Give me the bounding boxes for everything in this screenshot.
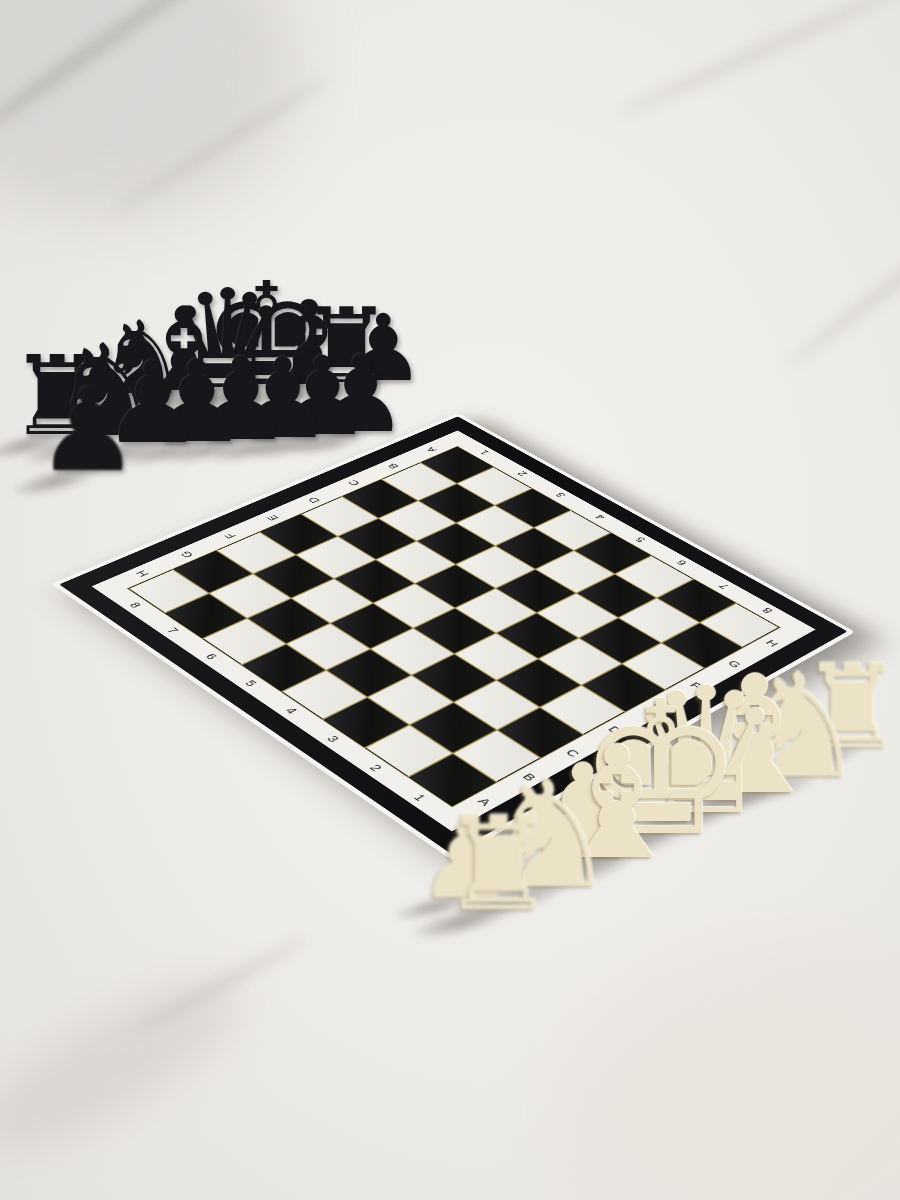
marble-shading-bottom-right [560, 950, 900, 1200]
black-pawn[interactable]: ♟ [36, 382, 134, 480]
marble-vein [612, 0, 900, 123]
marble-vein [784, 201, 900, 371]
scene-chess-set-photo: { "game": "chess", "scene": "Overhead ph… [0, 0, 900, 1200]
white-rook[interactable]: ♜ [440, 811, 550, 921]
